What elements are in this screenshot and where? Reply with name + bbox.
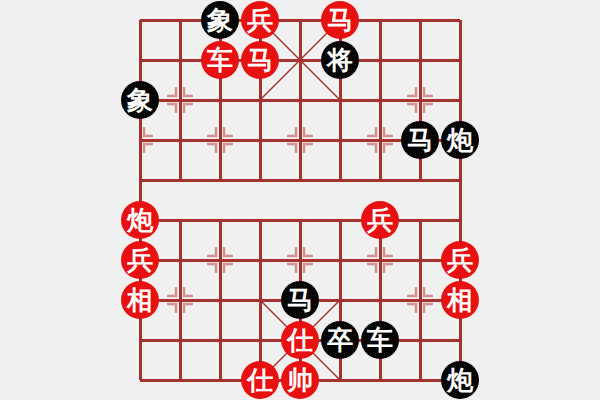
piece-red-pawn[interactable]: 兵 <box>121 241 159 279</box>
xiangqi-app-window: 象兵马车马将象马炮炮兵兵兵相马相仕卒车仕帅炮 <box>0 0 600 400</box>
piece-red-horse[interactable]: 马 <box>321 1 359 39</box>
piece-black-chariot[interactable]: 车 <box>361 321 399 359</box>
piece-black-pawn[interactable]: 卒 <box>321 321 359 359</box>
piece-red-pawn[interactable]: 兵 <box>241 1 279 39</box>
piece-red-pawn[interactable]: 兵 <box>361 201 399 239</box>
piece-red-horse[interactable]: 马 <box>241 41 279 79</box>
piece-black-horse[interactable]: 马 <box>281 281 319 319</box>
piece-red-advisor[interactable]: 仕 <box>241 361 279 399</box>
piece-red-elephant[interactable]: 相 <box>441 281 479 319</box>
piece-black-elephant[interactable]: 象 <box>201 1 239 39</box>
piece-black-cannon[interactable]: 炮 <box>441 121 479 159</box>
piece-black-horse[interactable]: 马 <box>401 121 439 159</box>
piece-black-cannon[interactable]: 炮 <box>441 361 479 399</box>
piece-black-general[interactable]: 将 <box>321 41 359 79</box>
piece-red-advisor[interactable]: 仕 <box>281 321 319 359</box>
piece-red-cannon[interactable]: 炮 <box>121 201 159 239</box>
piece-red-general[interactable]: 帅 <box>281 361 319 399</box>
piece-red-pawn[interactable]: 兵 <box>441 241 479 279</box>
piece-red-elephant[interactable]: 相 <box>121 281 159 319</box>
piece-red-chariot[interactable]: 车 <box>201 41 239 79</box>
piece-black-elephant[interactable]: 象 <box>121 81 159 119</box>
